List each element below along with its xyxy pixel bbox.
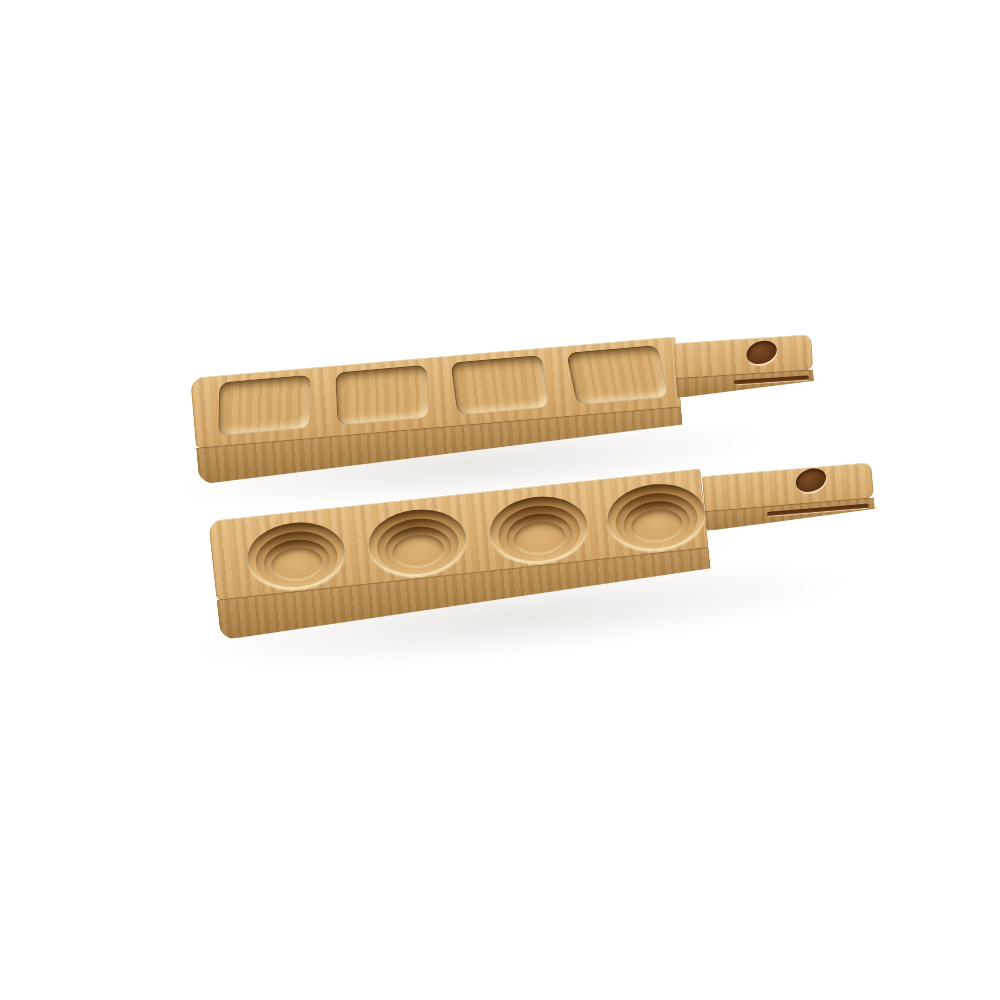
hanging-slot (734, 375, 809, 384)
hanging-hole (743, 337, 780, 368)
square-recess-1 (218, 375, 311, 436)
round-recess-4 (604, 479, 708, 555)
square-recess-2 (335, 365, 429, 426)
round-recess-1 (244, 518, 348, 594)
hanging-hole (793, 465, 830, 497)
round-recess-2 (365, 505, 469, 581)
hanging-slot (767, 504, 869, 516)
square-recess-4 (566, 345, 669, 405)
round-recess-3 (487, 492, 591, 568)
paddle-handle (673, 334, 814, 399)
product-photo-canvas (0, 0, 1000, 1000)
square-recess-3 (450, 355, 549, 415)
paddle-handle (702, 462, 876, 534)
